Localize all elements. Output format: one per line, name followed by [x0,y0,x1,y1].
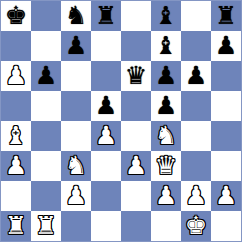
piece-black-bishop[interactable]: ♝ [155,1,177,31]
square-g1[interactable]: ♚ [181,211,211,241]
piece-white-pawn[interactable]: ♟ [5,151,27,181]
piece-black-pawn[interactable]: ♟ [95,91,117,121]
square-d1[interactable] [91,211,121,241]
square-e1[interactable] [121,211,151,241]
piece-white-knight[interactable]: ♞ [65,151,87,181]
square-d8[interactable]: ♜ [91,1,121,31]
piece-white-pawn[interactable]: ♟ [5,61,27,91]
square-c4[interactable] [61,121,91,151]
piece-white-bishop[interactable]: ♝ [5,121,27,151]
square-h5[interactable] [211,91,241,121]
piece-white-pawn[interactable]: ♟ [155,181,177,211]
square-h8[interactable]: ♜ [211,1,241,31]
piece-white-queen[interactable]: ♛ [155,151,177,181]
piece-black-pawn[interactable]: ♟ [65,31,87,61]
square-h4[interactable] [211,121,241,151]
square-a4[interactable]: ♝ [1,121,31,151]
square-a6[interactable]: ♟ [1,61,31,91]
piece-black-pawn[interactable]: ♟ [215,31,237,61]
square-a3[interactable]: ♟ [1,151,31,181]
square-a1[interactable]: ♜ [1,211,31,241]
piece-black-queen[interactable]: ♛ [125,61,147,91]
piece-white-knight[interactable]: ♞ [155,121,177,151]
square-f1[interactable] [151,211,181,241]
square-d4[interactable]: ♟ [91,121,121,151]
piece-white-pawn[interactable]: ♟ [215,181,237,211]
square-a8[interactable]: ♚ [1,1,31,31]
square-g6[interactable]: ♟ [181,61,211,91]
square-c1[interactable] [61,211,91,241]
piece-white-pawn[interactable]: ♟ [95,121,117,151]
piece-black-pawn[interactable]: ♟ [35,61,57,91]
piece-white-pawn[interactable]: ♟ [185,181,207,211]
square-a7[interactable] [1,31,31,61]
square-b2[interactable] [31,181,61,211]
piece-black-rook[interactable]: ♜ [95,1,117,31]
square-e8[interactable] [121,1,151,31]
piece-white-rook[interactable]: ♜ [35,211,57,241]
square-a5[interactable] [1,91,31,121]
square-h1[interactable] [211,211,241,241]
piece-black-pawn[interactable]: ♟ [185,61,207,91]
square-h6[interactable] [211,61,241,91]
square-g2[interactable]: ♟ [181,181,211,211]
square-c5[interactable] [61,91,91,121]
square-g4[interactable] [181,121,211,151]
piece-black-king[interactable]: ♚ [5,1,27,31]
square-f4[interactable]: ♞ [151,121,181,151]
piece-black-pawn[interactable]: ♟ [155,91,177,121]
square-b5[interactable] [31,91,61,121]
square-d6[interactable] [91,61,121,91]
square-c2[interactable]: ♟ [61,181,91,211]
piece-white-pawn[interactable]: ♟ [125,151,147,181]
chess-board: ♚♞♜♝♜♟♝♟♟♟♛♟♟♟♟♝♟♞♟♞♟♛♟♟♟♟♜♜♚ [0,0,242,242]
square-f2[interactable]: ♟ [151,181,181,211]
square-d2[interactable] [91,181,121,211]
square-c3[interactable]: ♞ [61,151,91,181]
piece-black-rook[interactable]: ♜ [215,1,237,31]
square-e7[interactable] [121,31,151,61]
square-e5[interactable] [121,91,151,121]
square-f6[interactable]: ♟ [151,61,181,91]
piece-black-bishop[interactable]: ♝ [155,31,177,61]
square-h7[interactable]: ♟ [211,31,241,61]
square-b7[interactable] [31,31,61,61]
square-d5[interactable]: ♟ [91,91,121,121]
square-b1[interactable]: ♜ [31,211,61,241]
piece-white-king[interactable]: ♚ [185,211,207,241]
square-h2[interactable]: ♟ [211,181,241,211]
square-f5[interactable]: ♟ [151,91,181,121]
square-d7[interactable] [91,31,121,61]
square-e3[interactable]: ♟ [121,151,151,181]
square-h3[interactable] [211,151,241,181]
square-c6[interactable] [61,61,91,91]
square-c8[interactable]: ♞ [61,1,91,31]
square-f8[interactable]: ♝ [151,1,181,31]
square-b6[interactable]: ♟ [31,61,61,91]
square-g3[interactable] [181,151,211,181]
square-f7[interactable]: ♝ [151,31,181,61]
square-e6[interactable]: ♛ [121,61,151,91]
piece-black-knight[interactable]: ♞ [65,1,87,31]
square-d3[interactable] [91,151,121,181]
square-b8[interactable] [31,1,61,31]
square-e2[interactable] [121,181,151,211]
square-g8[interactable] [181,1,211,31]
square-e4[interactable] [121,121,151,151]
square-b4[interactable] [31,121,61,151]
square-a2[interactable] [1,181,31,211]
piece-white-rook[interactable]: ♜ [5,211,27,241]
piece-black-pawn[interactable]: ♟ [155,61,177,91]
square-c7[interactable]: ♟ [61,31,91,61]
square-g7[interactable] [181,31,211,61]
square-g5[interactable] [181,91,211,121]
piece-white-pawn[interactable]: ♟ [65,181,87,211]
square-f3[interactable]: ♛ [151,151,181,181]
square-b3[interactable] [31,151,61,181]
